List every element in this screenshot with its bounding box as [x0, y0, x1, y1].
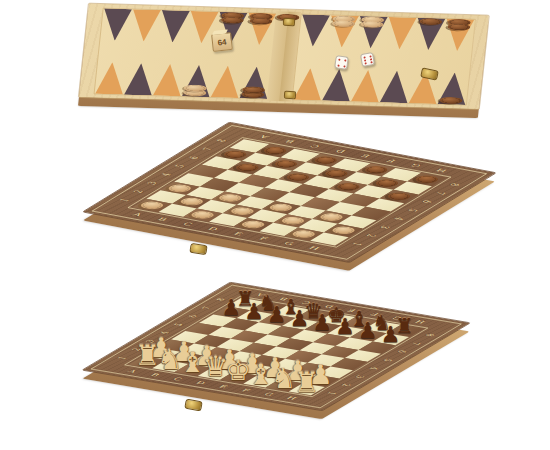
backgammon-right-point-top-4	[385, 17, 417, 50]
white-die-showing-6	[360, 52, 375, 67]
die-pip	[363, 59, 365, 61]
backgammon-left-point-top-1	[100, 8, 132, 41]
checkers-board-clasp-icon	[189, 243, 207, 256]
chess-board-clasp-icon	[184, 399, 202, 412]
die-pip	[364, 62, 366, 64]
backgammon-hinge-icon	[283, 18, 296, 27]
die-pip	[338, 58, 340, 60]
backgammon-right-point-bottom-1	[293, 68, 325, 101]
die-pip	[343, 65, 345, 67]
checkers-board: AABBCCDDEEFFGGHH8877665544332211	[82, 122, 497, 263]
die-pip	[369, 55, 371, 57]
backgammon-hinge-icon	[284, 91, 297, 100]
die-pip	[369, 58, 371, 60]
die-pip	[363, 56, 365, 58]
die-pip	[337, 64, 339, 66]
backgammon-left-point-top-3	[158, 10, 190, 43]
backgammon-left-point-top-2	[129, 9, 161, 42]
die-pip	[370, 61, 372, 63]
backgammon-left-point-bottom-3	[152, 64, 184, 97]
backgammon-right-point-bottom-2	[321, 69, 353, 102]
backgammon-left-point-bottom-5	[210, 65, 242, 98]
white-die-showing-4	[334, 55, 349, 70]
doubling-cube: 64	[211, 32, 233, 52]
product-photo-scene: AABBCCDDEEFFGGHH8877665544332211 AABBCCD…	[0, 0, 550, 450]
backgammon-right-point-bottom-3	[350, 70, 382, 103]
die-pip	[344, 59, 346, 61]
doubling-cube-value: 64	[217, 37, 227, 47]
backgammon-right-point-bottom-4	[379, 70, 411, 103]
chess-board: AABBCCDDEEFFGGHH8877665544332211	[81, 282, 471, 411]
backgammon-right-point-top-1	[298, 14, 330, 47]
backgammon-left-point-bottom-2	[123, 63, 155, 96]
backgammon-left-point-bottom-1	[95, 62, 127, 95]
